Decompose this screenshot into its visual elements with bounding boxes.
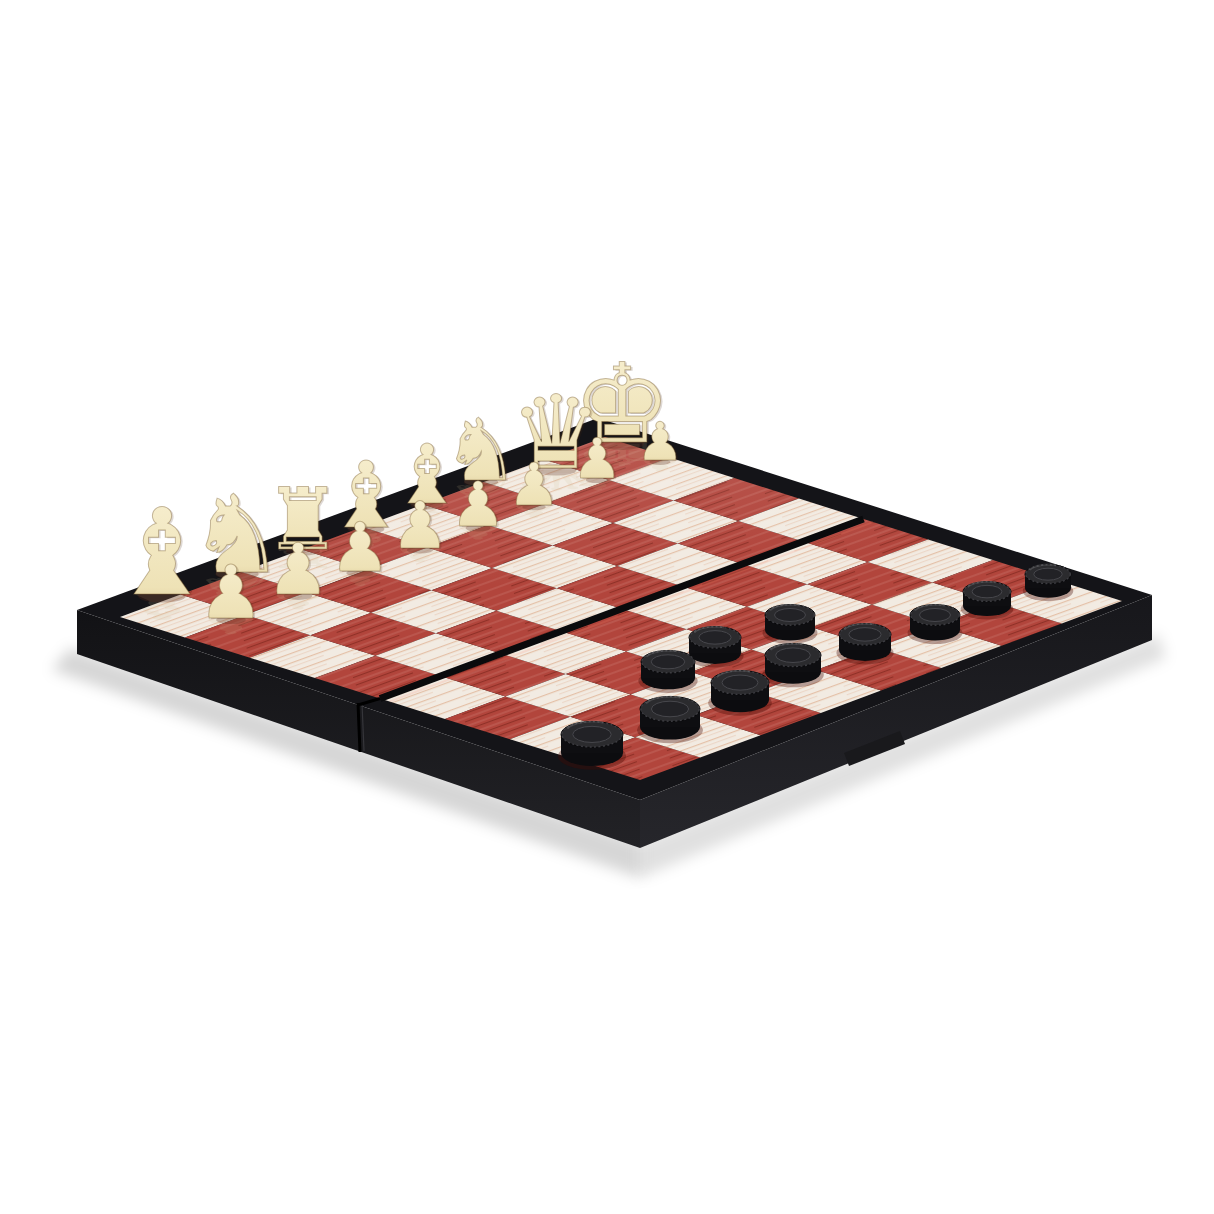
checker-piece [637, 696, 703, 743]
checker-piece [1023, 565, 1074, 602]
svg-text:♟: ♟ [391, 488, 449, 563]
checker-piece [763, 605, 818, 645]
chess-piece-pawn: ♟♟♟ [266, 528, 332, 614]
chess-piece-pawn: ♟♟♟ [572, 426, 624, 493]
product-photo: ♚♚♚♟♟♟♛♛♛♟♟♟♞♞♞♝♝♝♟♟♟♟♟♟♝♝♝♟♟♟♜♜♜♟♟♟♞♞♞♝… [0, 0, 1214, 1214]
chess-piece-pawn: ♟♟♟ [450, 468, 508, 543]
svg-text:♟: ♟ [508, 450, 561, 519]
checker-piece [961, 582, 1014, 620]
checker-piece [836, 623, 893, 664]
svg-text:♟: ♟ [572, 426, 622, 491]
checker-piece [908, 605, 963, 645]
svg-text:♟: ♟ [636, 411, 684, 472]
chess-piece-pawn: ♟♟♟ [508, 450, 563, 521]
chess-piece-pawn: ♟♟♟ [198, 549, 266, 639]
svg-text:♟: ♟ [450, 468, 506, 541]
checker-piece [708, 670, 772, 715]
board-scene: ♚♚♚♟♟♟♛♛♛♟♟♟♞♞♞♝♝♝♟♟♟♟♟♟♝♝♝♟♟♟♜♜♜♟♟♟♞♞♞♝… [0, 0, 1214, 1214]
svg-text:♟: ♟ [198, 549, 264, 635]
checker-piece [762, 643, 824, 687]
svg-text:♟: ♟ [330, 508, 391, 587]
chess-piece-pawn: ♟♟♟ [330, 508, 393, 590]
chess-piece-pawn: ♟♟♟ [391, 488, 451, 566]
checker-piece [638, 650, 697, 692]
chess-piece-pawn: ♟♟♟ [636, 411, 686, 475]
svg-text:♟: ♟ [266, 528, 330, 611]
checker-piece [558, 721, 626, 769]
